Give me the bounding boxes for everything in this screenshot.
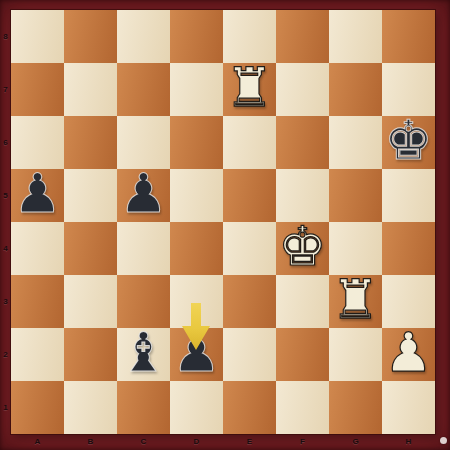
square-d7[interactable] [170,63,223,116]
file-label-h: H [382,434,435,450]
rank-label-1: 1 [0,381,11,434]
square-f2[interactable] [276,328,329,381]
square-b7[interactable] [64,63,117,116]
file-label-e: E [223,434,276,450]
square-b3[interactable] [64,275,117,328]
square-c1[interactable] [117,381,170,434]
square-g8[interactable] [329,10,382,63]
rank-label-8: 8 [0,10,11,63]
square-f8[interactable] [276,10,329,63]
square-b4[interactable] [64,222,117,275]
square-g5[interactable] [329,169,382,222]
square-e6[interactable] [223,116,276,169]
square-e3[interactable] [223,275,276,328]
square-c4[interactable] [117,222,170,275]
corner-marker-dot [440,437,447,444]
square-f1[interactable] [276,381,329,434]
file-label-g: G [329,434,382,450]
square-a7[interactable] [11,63,64,116]
square-h1[interactable] [382,381,435,434]
rank-label-2: 2 [0,328,11,381]
chess-board-frame: ♜♚♟♟♚♜♝♟♟ 87654321 ABCDEFGH [0,0,450,450]
white-king-f4[interactable]: ♚ [276,222,329,275]
white-rook-g3[interactable]: ♜ [329,275,382,328]
file-label-f: F [276,434,329,450]
file-label-a: A [11,434,64,450]
rank-label-5: 5 [0,169,11,222]
square-g6[interactable] [329,116,382,169]
file-label-c: C [117,434,170,450]
square-c7[interactable] [117,63,170,116]
square-a2[interactable] [11,328,64,381]
square-d5[interactable] [170,169,223,222]
square-b8[interactable] [64,10,117,63]
square-b5[interactable] [64,169,117,222]
square-e5[interactable] [223,169,276,222]
black-king-h6[interactable]: ♚ [382,116,435,169]
square-h4[interactable] [382,222,435,275]
rank-label-4: 4 [0,222,11,275]
square-h5[interactable] [382,169,435,222]
square-f7[interactable] [276,63,329,116]
square-c8[interactable] [117,10,170,63]
file-label-b: B [64,434,117,450]
square-b1[interactable] [64,381,117,434]
square-f3[interactable] [276,275,329,328]
square-d4[interactable] [170,222,223,275]
square-g7[interactable] [329,63,382,116]
square-e2[interactable] [223,328,276,381]
square-b2[interactable] [64,328,117,381]
square-a4[interactable] [11,222,64,275]
rank-label-3: 3 [0,275,11,328]
square-g1[interactable] [329,381,382,434]
square-a1[interactable] [11,381,64,434]
black-pawn-a5[interactable]: ♟ [11,169,64,222]
square-h8[interactable] [382,10,435,63]
black-bishop-c2[interactable]: ♝ [117,328,170,381]
square-d1[interactable] [170,381,223,434]
square-e4[interactable] [223,222,276,275]
square-d6[interactable] [170,116,223,169]
rank-label-6: 6 [0,116,11,169]
chess-board: ♜♚♟♟♚♜♝♟♟ [11,10,435,434]
black-pawn-c5[interactable]: ♟ [117,169,170,222]
square-d8[interactable] [170,10,223,63]
rank-label-7: 7 [0,63,11,116]
square-b6[interactable] [64,116,117,169]
square-g2[interactable] [329,328,382,381]
square-f6[interactable] [276,116,329,169]
square-a8[interactable] [11,10,64,63]
square-e1[interactable] [223,381,276,434]
file-label-d: D [170,434,223,450]
white-rook-e7[interactable]: ♜ [223,63,276,116]
white-pawn-h2[interactable]: ♟ [382,328,435,381]
square-a3[interactable] [11,275,64,328]
